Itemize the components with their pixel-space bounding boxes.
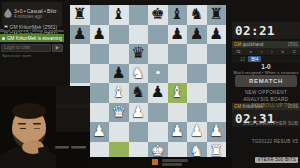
chat-send-button[interactable]: ▶ (52, 44, 63, 52)
streamer-portrait (0, 86, 90, 168)
game-panel: 02:21 GMquickhand 2591 ⇆«‹›»≡ 12 Bf4 1-0… (232, 0, 300, 168)
flip-board-icon[interactable]: ⇆ (236, 48, 240, 54)
square-f4[interactable]: ♝ (168, 83, 188, 103)
black-rating: 2591 (288, 42, 298, 47)
live-dot-icon (2, 37, 5, 40)
stream-page: 3+0 • Casual • Blitz 4 minutes ago GM Kr… (0, 0, 300, 168)
current-move[interactable]: Bf4 (248, 56, 261, 62)
piece-c5-black-p[interactable]: ♟ (109, 64, 129, 84)
piece-d3-white-p[interactable]: ♟ (129, 103, 149, 123)
square-d3[interactable]: ♟ (129, 103, 149, 123)
webcam-overlay (0, 86, 90, 168)
white-title: GM (234, 104, 241, 109)
move-hint-dot (156, 71, 160, 75)
chat-input-row: Login to chat ▶ (1, 44, 63, 52)
piece-e8-black-k[interactable]: ♚ (148, 5, 168, 25)
game-status-text: Black resigned • White is victorious (0, 28, 64, 33)
bottom-bar-icon (152, 159, 158, 165)
black-title: GM (234, 42, 241, 47)
square-c2[interactable] (109, 122, 129, 142)
square-h6[interactable] (207, 44, 227, 64)
square-a6[interactable] (70, 44, 90, 64)
square-g3[interactable] (187, 103, 207, 123)
square-e7[interactable] (148, 25, 168, 45)
square-c4[interactable]: ♝ (109, 83, 129, 103)
square-d7[interactable] (129, 25, 149, 45)
black-clock: 02:21 (232, 22, 300, 39)
square-b6[interactable] (90, 44, 110, 64)
stream-alert: VTEXR 500 BITS (255, 157, 298, 163)
chess-board: ♜♝♚♝♞♜♟♟♟♟♟♛♟♞♝♞♟♝♛♟♟♟♟♟♟♜♚♞♜ (70, 5, 226, 161)
square-h4[interactable] (207, 83, 227, 103)
square-a7[interactable]: ♟ (70, 25, 90, 45)
piece-g8-black-n[interactable]: ♞ (187, 5, 207, 25)
bottom-bar-text-blur (162, 163, 182, 166)
square-g4[interactable] (187, 83, 207, 103)
square-e4[interactable]: ♟ (148, 83, 168, 103)
piece-g2-white-p[interactable]: ♟ (187, 122, 207, 142)
square-h3[interactable] (207, 103, 227, 123)
square-b3[interactable] (90, 103, 110, 123)
square-a5[interactable] (70, 64, 90, 84)
square-f8[interactable]: ♝ (168, 5, 188, 25)
game-result: 1-0 (232, 63, 300, 70)
piece-b7-black-p[interactable]: ♟ (90, 25, 110, 45)
game-meta-box: 3+0 • Casual • Blitz 4 minutes ago GM Kr… (2, 2, 62, 27)
square-e6[interactable] (148, 44, 168, 64)
square-d6[interactable]: ♛ (129, 44, 149, 64)
square-d5[interactable]: ♞ (129, 64, 149, 84)
square-f6[interactable] (168, 44, 188, 64)
square-b2[interactable]: ♟ (90, 122, 110, 142)
piece-c3-white-q[interactable]: ♛ (109, 103, 129, 123)
stream-alert: BOMBOLL UP TO 10 (251, 103, 298, 108)
piece-a7-black-p[interactable]: ♟ (70, 25, 90, 45)
piece-d4-black-n[interactable]: ♞ (129, 83, 149, 103)
square-h7[interactable]: ♟ (207, 25, 227, 45)
move-list-row: 12 Bf4 (232, 56, 300, 63)
square-f7[interactable]: ♟ (168, 25, 188, 45)
square-g5[interactable] (187, 64, 207, 84)
streamer-banner-text: GM KrikorMek is streaming (7, 36, 62, 41)
stream-alert: TG00122 RESUB X5 (252, 139, 298, 144)
square-e3[interactable] (148, 103, 168, 123)
piece-h8-black-r[interactable]: ♜ (207, 5, 227, 25)
square-b7[interactable]: ♟ (90, 25, 110, 45)
square-c5[interactable]: ♟ (109, 64, 129, 84)
square-h5[interactable] (207, 64, 227, 84)
stream-alerts: BOMBOLL UP TO 10SN1PERWAYPHER SUBTG00122… (243, 93, 298, 165)
piece-f2-white-p[interactable]: ♟ (168, 122, 188, 142)
square-g7[interactable]: ♟ (187, 25, 207, 45)
piece-f4-white-b[interactable]: ♝ (168, 83, 188, 103)
square-c3[interactable]: ♛ (109, 103, 129, 123)
prev-move-icon[interactable]: ‹ (261, 48, 263, 54)
next-move-icon[interactable]: › (271, 48, 273, 54)
black-name: quickhand (242, 42, 263, 47)
square-g6[interactable] (187, 44, 207, 64)
square-c8[interactable]: ♝ (109, 5, 129, 25)
square-b8[interactable] (90, 5, 110, 25)
last-move-icon[interactable]: » (281, 48, 284, 54)
bottom-bar-text-blur (162, 159, 188, 162)
game-time-ago: 4 minutes ago (14, 14, 57, 19)
streamer-banner[interactable]: GM KrikorMek is streaming (0, 34, 64, 42)
square-b5[interactable] (90, 64, 110, 84)
black-player-bar[interactable]: GMquickhand 2591 (232, 41, 300, 48)
piece-c8-black-b[interactable]: ♝ (109, 5, 129, 25)
square-f2[interactable]: ♟ (168, 122, 188, 142)
square-f5[interactable] (168, 64, 188, 84)
square-g2[interactable]: ♟ (187, 122, 207, 142)
square-f3[interactable] (168, 103, 188, 123)
square-d8[interactable] (129, 5, 149, 25)
piece-h7-black-p[interactable]: ♟ (207, 25, 227, 45)
piece-b2-white-p[interactable]: ♟ (90, 122, 110, 142)
piece-h2-white-p[interactable]: ♟ (207, 122, 227, 142)
piece-c4-white-b[interactable]: ♝ (109, 83, 129, 103)
square-a8[interactable]: ♜ (70, 5, 90, 25)
piece-f7-black-p[interactable]: ♟ (168, 25, 188, 45)
chat-input[interactable]: Login to chat (1, 44, 51, 52)
rematch-button[interactable]: REMATCH (235, 75, 297, 87)
result-status-text: Black resigned • White is victorious (232, 70, 300, 75)
square-d2[interactable] (129, 122, 149, 142)
square-c6[interactable] (109, 44, 129, 64)
square-c7[interactable] (109, 25, 129, 45)
piece-d6-black-q[interactable]: ♛ (129, 44, 149, 64)
square-h2[interactable]: ♟ (207, 122, 227, 142)
piece-g7-black-p[interactable]: ♟ (187, 25, 207, 45)
stream-alert: SN1PERWAYPHER SUB (243, 121, 298, 126)
move-number: 12 (240, 57, 245, 62)
square-h8[interactable]: ♜ (207, 5, 227, 25)
first-move-icon[interactable]: « (249, 48, 252, 54)
square-g8[interactable]: ♞ (187, 5, 207, 25)
square-e2[interactable] (148, 122, 168, 142)
square-e5[interactable] (148, 64, 168, 84)
nav-toolbar: ⇆«‹›»≡ (232, 48, 300, 55)
menu-icon[interactable]: ≡ (293, 48, 296, 54)
piece-a8-black-r[interactable]: ♜ (70, 5, 90, 25)
square-d4[interactable]: ♞ (129, 83, 149, 103)
square-e8[interactable]: ♚ (148, 5, 168, 25)
blitz-flame-icon (4, 4, 12, 22)
square-b4[interactable] (90, 83, 110, 103)
piece-f8-black-b[interactable]: ♝ (168, 5, 188, 25)
piece-e4-black-p[interactable]: ♟ (148, 83, 168, 103)
piece-d5-white-n[interactable]: ♞ (129, 64, 149, 84)
spectator-room-label: Spectator room (2, 53, 31, 58)
